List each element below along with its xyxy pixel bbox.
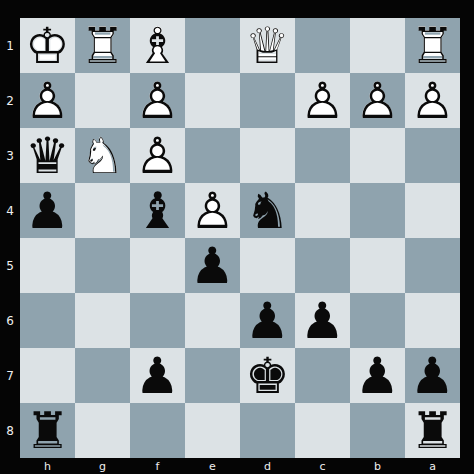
square-c7[interactable] xyxy=(295,348,350,403)
white-rook-outline-icon: ♖ xyxy=(75,18,130,73)
piece-white-rook[interactable]: ♜♖ xyxy=(405,18,460,73)
white-knight-outline-icon: ♘ xyxy=(75,128,130,183)
square-h6[interactable] xyxy=(20,293,75,348)
square-f2[interactable]: ♟♙ xyxy=(130,73,185,128)
white-pawn-outline-icon: ♙ xyxy=(350,73,405,128)
rank-label-1: 1 xyxy=(0,18,20,73)
square-e1[interactable] xyxy=(185,18,240,73)
file-label-d: d xyxy=(240,458,295,474)
black-pawn-icon: ♟ xyxy=(20,183,75,238)
piece-white-pawn[interactable]: ♟♙ xyxy=(405,73,460,128)
piece-white-rook[interactable]: ♜♖ xyxy=(75,18,130,73)
square-a2[interactable]: ♟♙ xyxy=(405,73,460,128)
square-g4[interactable] xyxy=(75,183,130,238)
piece-black-rook[interactable]: ♜ xyxy=(405,403,460,458)
black-pawn-icon: ♟ xyxy=(350,348,405,403)
square-h4[interactable]: ♟ xyxy=(20,183,75,238)
square-b1[interactable] xyxy=(350,18,405,73)
square-f5[interactable] xyxy=(130,238,185,293)
piece-white-pawn[interactable]: ♟♙ xyxy=(350,73,405,128)
square-h2[interactable]: ♟♙ xyxy=(20,73,75,128)
square-e4[interactable]: ♟♙ xyxy=(185,183,240,238)
square-c8[interactable] xyxy=(295,403,350,458)
black-pawn-icon: ♟ xyxy=(240,293,295,348)
square-d6[interactable]: ♟ xyxy=(240,293,295,348)
file-label-g: g xyxy=(75,458,130,474)
black-pawn-icon: ♟ xyxy=(130,348,185,403)
black-pawn-icon: ♟ xyxy=(295,293,350,348)
piece-black-knight[interactable]: ♞ xyxy=(240,183,295,238)
square-h5[interactable] xyxy=(20,238,75,293)
square-c1[interactable] xyxy=(295,18,350,73)
square-a4[interactable] xyxy=(405,183,460,238)
square-g8[interactable] xyxy=(75,403,130,458)
square-h8[interactable]: ♜ xyxy=(20,403,75,458)
piece-white-king[interactable]: ♚♔ xyxy=(20,18,75,73)
white-queen-outline-icon: ♕ xyxy=(240,18,295,73)
square-d7[interactable]: ♚ xyxy=(240,348,295,403)
square-c2[interactable]: ♟♙ xyxy=(295,73,350,128)
square-c4[interactable] xyxy=(295,183,350,238)
square-a7[interactable]: ♟ xyxy=(405,348,460,403)
rank-label-4: 4 xyxy=(0,183,20,238)
square-e3[interactable] xyxy=(185,128,240,183)
black-rook-icon: ♜ xyxy=(20,403,75,458)
piece-white-pawn[interactable]: ♟♙ xyxy=(295,73,350,128)
piece-black-rook[interactable]: ♜ xyxy=(20,403,75,458)
piece-black-pawn[interactable]: ♟ xyxy=(130,348,185,403)
piece-white-queen[interactable]: ♛♕ xyxy=(240,18,295,73)
square-a5[interactable] xyxy=(405,238,460,293)
square-d5[interactable] xyxy=(240,238,295,293)
piece-white-knight[interactable]: ♞♘ xyxy=(75,128,130,183)
piece-black-pawn[interactable]: ♟ xyxy=(295,293,350,348)
black-bishop-icon: ♝ xyxy=(130,183,185,238)
white-king-outline-icon: ♔ xyxy=(20,18,75,73)
rank-label-8: 8 xyxy=(0,403,20,458)
square-e2[interactable] xyxy=(185,73,240,128)
rank-label-7: 7 xyxy=(0,348,20,403)
square-f1[interactable]: ♝♗ xyxy=(130,18,185,73)
piece-black-pawn[interactable]: ♟ xyxy=(20,183,75,238)
square-c3[interactable] xyxy=(295,128,350,183)
chess-diagram-frame: ♚♔♜♖♝♗♛♕♜♖♟♙♟♙♟♙♟♙♟♙♛♞♘♟♙♟♝♟♙♞♟♟♟♟♚♟♟♜♜ … xyxy=(0,0,474,474)
rank-label-6: 6 xyxy=(0,293,20,348)
black-king-icon: ♚ xyxy=(240,348,295,403)
file-label-f: f xyxy=(130,458,185,474)
square-e7[interactable] xyxy=(185,348,240,403)
black-pawn-icon: ♟ xyxy=(405,348,460,403)
piece-black-pawn[interactable]: ♟ xyxy=(240,293,295,348)
square-h1[interactable]: ♚♔ xyxy=(20,18,75,73)
square-g3[interactable]: ♞♘ xyxy=(75,128,130,183)
square-f7[interactable]: ♟ xyxy=(130,348,185,403)
square-d4[interactable]: ♞ xyxy=(240,183,295,238)
square-e8[interactable] xyxy=(185,403,240,458)
square-b3[interactable] xyxy=(350,128,405,183)
piece-white-pawn[interactable]: ♟♙ xyxy=(20,73,75,128)
square-e6[interactable] xyxy=(185,293,240,348)
file-label-b: b xyxy=(350,458,405,474)
white-pawn-outline-icon: ♙ xyxy=(405,73,460,128)
square-a8[interactable]: ♜ xyxy=(405,403,460,458)
square-b4[interactable] xyxy=(350,183,405,238)
square-b2[interactable]: ♟♙ xyxy=(350,73,405,128)
piece-white-bishop[interactable]: ♝♗ xyxy=(130,18,185,73)
rank-label-3: 3 xyxy=(0,128,20,183)
white-bishop-outline-icon: ♗ xyxy=(130,18,185,73)
file-label-e: e xyxy=(185,458,240,474)
white-rook-outline-icon: ♖ xyxy=(405,18,460,73)
black-knight-icon: ♞ xyxy=(240,183,295,238)
square-g5[interactable] xyxy=(75,238,130,293)
square-g2[interactable] xyxy=(75,73,130,128)
square-b5[interactable] xyxy=(350,238,405,293)
square-a1[interactable]: ♜♖ xyxy=(405,18,460,73)
black-rook-icon: ♜ xyxy=(405,403,460,458)
piece-black-bishop[interactable]: ♝ xyxy=(130,183,185,238)
file-label-h: h xyxy=(20,458,75,474)
piece-black-king[interactable]: ♚ xyxy=(240,348,295,403)
white-pawn-outline-icon: ♙ xyxy=(185,183,240,238)
black-queen-icon: ♛ xyxy=(20,128,75,183)
square-c6[interactable]: ♟ xyxy=(295,293,350,348)
square-f8[interactable] xyxy=(130,403,185,458)
piece-white-pawn[interactable]: ♟♙ xyxy=(130,73,185,128)
square-b8[interactable] xyxy=(350,403,405,458)
piece-white-pawn[interactable]: ♟♙ xyxy=(185,183,240,238)
square-f3[interactable]: ♟♙ xyxy=(130,128,185,183)
white-pawn-outline-icon: ♙ xyxy=(295,73,350,128)
rank-label-2: 2 xyxy=(0,73,20,128)
white-pawn-outline-icon: ♙ xyxy=(130,73,185,128)
square-d1[interactable]: ♛♕ xyxy=(240,18,295,73)
file-label-c: c xyxy=(295,458,350,474)
piece-black-pawn[interactable]: ♟ xyxy=(185,238,240,293)
piece-black-queen[interactable]: ♛ xyxy=(20,128,75,183)
square-d3[interactable] xyxy=(240,128,295,183)
square-g7[interactable] xyxy=(75,348,130,403)
square-a3[interactable] xyxy=(405,128,460,183)
square-g1[interactable]: ♜♖ xyxy=(75,18,130,73)
square-c5[interactable] xyxy=(295,238,350,293)
chess-board: ♚♔♜♖♝♗♛♕♜♖♟♙♟♙♟♙♟♙♟♙♛♞♘♟♙♟♝♟♙♞♟♟♟♟♚♟♟♜♜ xyxy=(20,18,460,458)
white-pawn-outline-icon: ♙ xyxy=(130,128,185,183)
square-h7[interactable] xyxy=(20,348,75,403)
white-pawn-outline-icon: ♙ xyxy=(20,73,75,128)
square-d8[interactable] xyxy=(240,403,295,458)
square-h3[interactable]: ♛ xyxy=(20,128,75,183)
rank-label-5: 5 xyxy=(0,238,20,293)
square-e5[interactable]: ♟ xyxy=(185,238,240,293)
square-b7[interactable]: ♟ xyxy=(350,348,405,403)
square-f6[interactable] xyxy=(130,293,185,348)
black-pawn-icon: ♟ xyxy=(185,238,240,293)
piece-black-pawn[interactable]: ♟ xyxy=(350,348,405,403)
file-label-a: a xyxy=(405,458,460,474)
square-a6[interactable] xyxy=(405,293,460,348)
square-f4[interactable]: ♝ xyxy=(130,183,185,238)
square-g6[interactable] xyxy=(75,293,130,348)
square-b6[interactable] xyxy=(350,293,405,348)
piece-white-pawn[interactable]: ♟♙ xyxy=(130,128,185,183)
square-d2[interactable] xyxy=(240,73,295,128)
piece-black-pawn[interactable]: ♟ xyxy=(405,348,460,403)
